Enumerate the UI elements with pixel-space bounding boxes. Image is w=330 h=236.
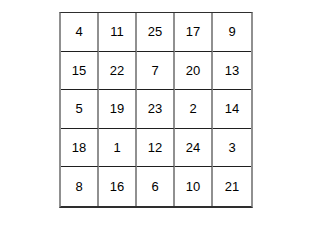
grid-cell-r4c1[interactable]: 18 [61, 129, 99, 168]
grid-cell-r4c4[interactable]: 24 [175, 129, 213, 168]
grid-cell-r5c2[interactable]: 16 [99, 167, 137, 206]
grid-cell-r1c3[interactable]: 25 [137, 13, 175, 52]
number-grid-board: 4112517915227201351923214181122438166102… [59, 12, 253, 208]
grid-cell-r2c2[interactable]: 22 [99, 52, 137, 91]
grid-cell-r4c5[interactable]: 3 [213, 129, 251, 168]
grid-cell-r2c1[interactable]: 15 [61, 52, 99, 91]
grid-cell-r4c3[interactable]: 12 [137, 129, 175, 168]
grid-cell-r5c5[interactable]: 21 [213, 167, 251, 206]
grid-cell-r2c5[interactable]: 13 [213, 52, 251, 91]
grid-cell-r1c4[interactable]: 17 [175, 13, 213, 52]
grid-cell-r5c4[interactable]: 10 [175, 167, 213, 206]
grid-cell-r2c4[interactable]: 20 [175, 52, 213, 91]
grid-cell-r3c2[interactable]: 19 [99, 90, 137, 129]
grid-cell-r4c2[interactable]: 1 [99, 129, 137, 168]
grid-cell-r3c1[interactable]: 5 [61, 90, 99, 129]
grid-cell-r1c5[interactable]: 9 [213, 13, 251, 52]
grid-cell-r3c4[interactable]: 2 [175, 90, 213, 129]
grid-cell-r5c3[interactable]: 6 [137, 167, 175, 206]
grid-cell-r5c1[interactable]: 8 [61, 167, 99, 206]
grid-cell-r1c2[interactable]: 11 [99, 13, 137, 52]
grid-cell-r3c5[interactable]: 14 [213, 90, 251, 129]
grid-cell-r2c3[interactable]: 7 [137, 52, 175, 91]
grid-cell-r3c3[interactable]: 23 [137, 90, 175, 129]
grid-cell-r1c1[interactable]: 4 [61, 13, 99, 52]
